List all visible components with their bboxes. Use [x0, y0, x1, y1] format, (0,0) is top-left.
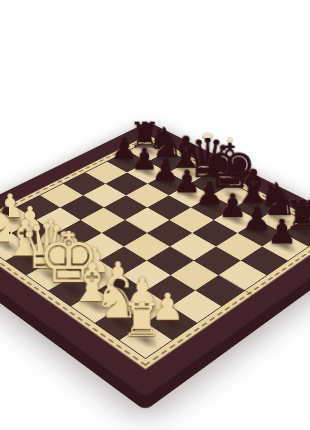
product-photo: ♜♞♝♛♚♝♞♜♟♟♟♟♟♟♟♟♟♟♟♟♟♟♟♟♜♞♝♛♚♝♞♜ ❁ [0, 0, 310, 430]
chess-board: ♜♞♝♛♚♝♞♜♟♟♟♟♟♟♟♟♟♟♟♟♟♟♟♟♜♞♝♛♚♝♞♜ ❁ [0, 122, 310, 397]
scene: ♜♞♝♛♚♝♞♜♟♟♟♟♟♟♟♟♟♟♟♟♟♟♟♟♜♞♝♛♚♝♞♜ ❁ [0, 0, 310, 430]
light-rook-icon: ♜ [95, 297, 188, 343]
dark-pawn-icon: ♟ [241, 215, 310, 249]
